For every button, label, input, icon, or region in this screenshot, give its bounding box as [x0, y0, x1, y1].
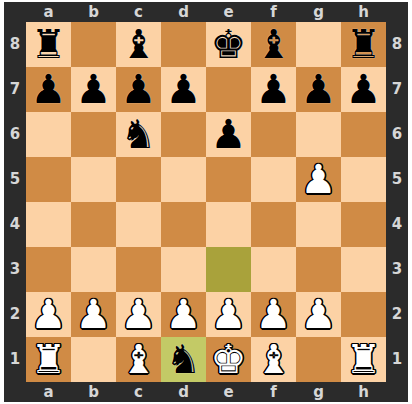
square-f8[interactable]: ♝ — [251, 22, 296, 67]
square-b4[interactable] — [71, 202, 116, 247]
square-e8[interactable]: ♚ — [206, 22, 251, 67]
file-label-d: d — [161, 382, 206, 402]
rank-labels-left: 87654321 — [4, 22, 26, 382]
square-d5[interactable] — [161, 157, 206, 202]
piece-white-pawn[interactable]: ♟ — [211, 292, 247, 337]
file-label-e: e — [206, 2, 251, 22]
square-a7[interactable]: ♟ — [26, 67, 71, 112]
square-h2[interactable] — [341, 292, 386, 337]
square-d1[interactable]: ♞ — [161, 337, 206, 382]
piece-white-rook[interactable]: ♜ — [31, 337, 67, 382]
file-label-h: h — [341, 382, 386, 402]
piece-white-bishop[interactable]: ♝ — [121, 337, 157, 382]
square-h7[interactable]: ♟ — [341, 67, 386, 112]
frame-corner-bottom-left — [4, 382, 26, 402]
piece-black-pawn[interactable]: ♟ — [346, 67, 382, 112]
square-e1[interactable]: ♚ — [206, 337, 251, 382]
piece-black-pawn[interactable]: ♟ — [211, 112, 247, 157]
rank-label-1: 1 — [4, 337, 26, 382]
piece-white-pawn[interactable]: ♟ — [301, 157, 337, 202]
square-d2[interactable]: ♟ — [161, 292, 206, 337]
piece-white-rook[interactable]: ♜ — [346, 337, 382, 382]
square-h1[interactable]: ♜ — [341, 337, 386, 382]
piece-black-bishop[interactable]: ♝ — [256, 22, 292, 67]
piece-black-king[interactable]: ♚ — [211, 22, 247, 67]
square-b7[interactable]: ♟ — [71, 67, 116, 112]
piece-white-pawn[interactable]: ♟ — [256, 292, 292, 337]
rank-label-6: 6 — [4, 112, 26, 157]
square-d6[interactable] — [161, 112, 206, 157]
piece-black-knight[interactable]: ♞ — [121, 112, 157, 157]
file-label-f: f — [251, 2, 296, 22]
square-d4[interactable] — [161, 202, 206, 247]
square-c7[interactable]: ♟ — [116, 67, 161, 112]
square-c4[interactable] — [116, 202, 161, 247]
square-g5[interactable]: ♟ — [296, 157, 341, 202]
square-f4[interactable] — [251, 202, 296, 247]
square-b3[interactable] — [71, 247, 116, 292]
file-label-g: g — [296, 382, 341, 402]
square-f2[interactable]: ♟ — [251, 292, 296, 337]
piece-white-pawn[interactable]: ♟ — [301, 292, 337, 337]
piece-white-pawn[interactable]: ♟ — [76, 292, 112, 337]
rank-label-7: 7 — [386, 67, 408, 112]
rank-label-6: 6 — [386, 112, 408, 157]
square-h8[interactable]: ♜ — [341, 22, 386, 67]
file-labels-top: abcdefgh — [26, 2, 386, 22]
file-label-b: b — [71, 382, 116, 402]
square-g3[interactable] — [296, 247, 341, 292]
file-label-h: h — [341, 2, 386, 22]
file-label-a: a — [26, 2, 71, 22]
rank-label-4: 4 — [386, 202, 408, 247]
square-c6[interactable]: ♞ — [116, 112, 161, 157]
rank-label-7: 7 — [4, 67, 26, 112]
square-f7[interactable]: ♟ — [251, 67, 296, 112]
square-h3[interactable] — [341, 247, 386, 292]
square-e2[interactable]: ♟ — [206, 292, 251, 337]
square-g4[interactable] — [296, 202, 341, 247]
frame-corner-bottom-right — [386, 382, 408, 402]
square-e4[interactable] — [206, 202, 251, 247]
square-g6[interactable] — [296, 112, 341, 157]
square-f3[interactable] — [251, 247, 296, 292]
square-g1[interactable] — [296, 337, 341, 382]
square-c3[interactable] — [116, 247, 161, 292]
piece-black-rook[interactable]: ♜ — [31, 22, 67, 67]
square-c1[interactable]: ♝ — [116, 337, 161, 382]
square-b8[interactable] — [71, 22, 116, 67]
square-c5[interactable] — [116, 157, 161, 202]
piece-black-pawn[interactable]: ♟ — [166, 67, 202, 112]
square-d3[interactable] — [161, 247, 206, 292]
square-e5[interactable] — [206, 157, 251, 202]
square-b5[interactable] — [71, 157, 116, 202]
chess-board: ♜♝♚♝♜♟♟♟♟♟♟♟♞♟♟♟♟♟♟♟♟♟♜♝♞♚♝♜ — [26, 22, 386, 382]
square-c2[interactable]: ♟ — [116, 292, 161, 337]
piece-black-pawn[interactable]: ♟ — [76, 67, 112, 112]
square-f1[interactable]: ♝ — [251, 337, 296, 382]
rank-label-1: 1 — [386, 337, 408, 382]
piece-black-pawn[interactable]: ♟ — [301, 67, 337, 112]
square-g8[interactable] — [296, 22, 341, 67]
square-a2[interactable]: ♟ — [26, 292, 71, 337]
square-e6[interactable]: ♟ — [206, 112, 251, 157]
file-label-f: f — [251, 382, 296, 402]
file-label-d: d — [161, 2, 206, 22]
file-label-g: g — [296, 2, 341, 22]
square-c8[interactable]: ♝ — [116, 22, 161, 67]
square-a8[interactable]: ♜ — [26, 22, 71, 67]
piece-white-pawn[interactable]: ♟ — [166, 292, 202, 337]
piece-white-bishop[interactable]: ♝ — [256, 337, 292, 382]
file-label-b: b — [71, 2, 116, 22]
piece-black-rook[interactable]: ♜ — [346, 22, 382, 67]
square-a4[interactable] — [26, 202, 71, 247]
piece-black-bishop[interactable]: ♝ — [121, 22, 157, 67]
piece-white-pawn[interactable]: ♟ — [121, 292, 157, 337]
piece-black-pawn[interactable]: ♟ — [121, 67, 157, 112]
rank-label-8: 8 — [4, 22, 26, 67]
square-b6[interactable] — [71, 112, 116, 157]
rank-label-5: 5 — [4, 157, 26, 202]
square-f6[interactable] — [251, 112, 296, 157]
square-d8[interactable] — [161, 22, 206, 67]
rank-label-2: 2 — [386, 292, 408, 337]
square-e3[interactable] — [206, 247, 251, 292]
square-f5[interactable] — [251, 157, 296, 202]
rank-label-8: 8 — [386, 22, 408, 67]
rank-label-4: 4 — [4, 202, 26, 247]
square-h5[interactable] — [341, 157, 386, 202]
square-g7[interactable]: ♟ — [296, 67, 341, 112]
square-a6[interactable] — [26, 112, 71, 157]
square-b2[interactable]: ♟ — [71, 292, 116, 337]
rank-label-3: 3 — [4, 247, 26, 292]
frame-corner-top-right — [386, 2, 408, 22]
rank-label-3: 3 — [386, 247, 408, 292]
file-label-e: e — [206, 382, 251, 402]
square-e7[interactable] — [206, 67, 251, 112]
rank-label-5: 5 — [386, 157, 408, 202]
file-label-c: c — [116, 2, 161, 22]
piece-black-pawn[interactable]: ♟ — [31, 67, 67, 112]
piece-black-knight[interactable]: ♞ — [166, 337, 202, 382]
square-a3[interactable] — [26, 247, 71, 292]
frame-corner-top-left — [4, 2, 26, 22]
rank-labels-right: 87654321 — [386, 22, 408, 382]
rank-label-2: 2 — [4, 292, 26, 337]
square-g2[interactable]: ♟ — [296, 292, 341, 337]
square-d7[interactable]: ♟ — [161, 67, 206, 112]
file-labels-bottom: abcdefgh — [26, 382, 386, 402]
chess-board-frame: abcdefgh 87654321 ♜♝♚♝♜♟♟♟♟♟♟♟♞♟♟♟♟♟♟♟♟♟… — [4, 2, 408, 402]
square-b1[interactable] — [71, 337, 116, 382]
piece-black-pawn[interactable]: ♟ — [256, 67, 292, 112]
piece-white-king[interactable]: ♚ — [211, 337, 247, 382]
square-h6[interactable] — [341, 112, 386, 157]
file-label-c: c — [116, 382, 161, 402]
file-label-a: a — [26, 382, 71, 402]
piece-white-pawn[interactable]: ♟ — [31, 292, 67, 337]
square-h4[interactable] — [341, 202, 386, 247]
square-a5[interactable] — [26, 157, 71, 202]
square-a1[interactable]: ♜ — [26, 337, 71, 382]
